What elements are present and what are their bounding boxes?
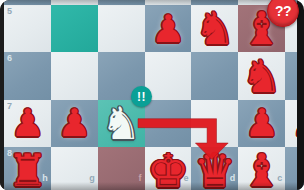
square-d5[interactable]: ♞ (191, 5, 238, 52)
square-e8[interactable]: e♚ (145, 147, 192, 190)
file-label-g: g (89, 174, 95, 183)
chessboard-thumbnail: 567♟8h♜♟g♞f♟e♚♞d♛♝♝♞♟c♝♟ !! ?? (0, 0, 304, 190)
square-d8[interactable]: d♛ (191, 147, 238, 190)
square-g6[interactable] (51, 52, 98, 99)
square-h5[interactable]: 5 (4, 5, 51, 52)
board-left-edge (0, 0, 4, 190)
square-g5[interactable] (51, 5, 98, 52)
square-e7[interactable] (145, 100, 192, 147)
file-label-f: f (139, 174, 142, 183)
square-d6[interactable] (191, 52, 238, 99)
red-pawn-g7[interactable]: ♟ (51, 100, 98, 147)
square-c7[interactable]: ♟ (238, 100, 285, 147)
square-h7[interactable]: 7♟ (4, 100, 51, 147)
square-f8[interactable]: f (98, 147, 145, 190)
red-knight-d5[interactable]: ♞ (191, 5, 238, 52)
square-c8[interactable]: c♝ (238, 147, 285, 190)
red-pawn-h7[interactable]: ♟ (4, 100, 51, 147)
square-g8[interactable]: g (51, 147, 98, 190)
square-e5[interactable]: ♟ (145, 5, 192, 52)
square-f5[interactable] (98, 5, 145, 52)
rank-label-5: 5 (7, 7, 12, 16)
square-d7[interactable] (191, 100, 238, 147)
red-pawn-e5[interactable]: ♟ (145, 5, 192, 52)
red-queen-d8[interactable]: ♛ (191, 147, 238, 190)
square-h6[interactable]: 6 (4, 52, 51, 99)
board-right-edge (297, 0, 304, 190)
square-f7[interactable]: ♞ (98, 100, 145, 147)
white-knight-f7[interactable]: ♞ (98, 100, 145, 147)
square-c6[interactable]: ♞ (238, 52, 285, 99)
rank-label-6: 6 (7, 54, 12, 63)
brilliant-move-badge: !! (131, 86, 152, 107)
red-rook-h8[interactable]: ♜ (4, 147, 51, 190)
red-bishop-c8[interactable]: ♝ (238, 147, 285, 190)
square-g7[interactable]: ♟ (51, 100, 98, 147)
red-king-e8[interactable]: ♚ (145, 147, 192, 190)
red-pawn-c7[interactable]: ♟ (238, 100, 285, 147)
square-h8[interactable]: 8h♜ (4, 147, 51, 190)
red-knight-c6[interactable]: ♞ (238, 52, 285, 99)
